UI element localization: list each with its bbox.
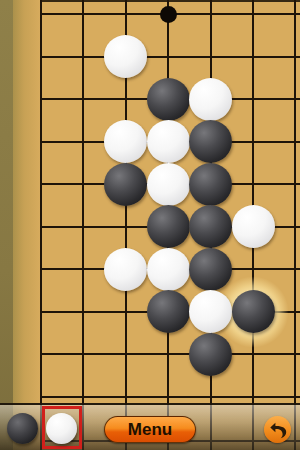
stone-black <box>189 333 232 376</box>
board-left-side <box>0 0 13 450</box>
toolbar: Menu <box>0 403 300 450</box>
stone-black <box>147 78 190 121</box>
stone-black <box>189 248 232 291</box>
stone-black <box>147 205 190 248</box>
stone-black <box>189 163 232 206</box>
stone-white <box>104 120 147 163</box>
grid-hline-9 <box>40 353 300 355</box>
white-stone-indicator[interactable] <box>46 413 77 444</box>
stone-black <box>232 290 275 333</box>
menu-button[interactable]: Menu <box>104 416 196 443</box>
hoshi-point <box>160 6 177 23</box>
undo-icon <box>268 420 288 440</box>
stone-white <box>104 35 147 78</box>
stone-white <box>189 78 232 121</box>
undo-button[interactable] <box>264 416 291 443</box>
stone-black <box>104 163 147 206</box>
stone-white <box>147 248 190 291</box>
stone-white <box>147 163 190 206</box>
black-stone-indicator[interactable] <box>7 413 38 444</box>
grid-hline-2 <box>40 56 300 58</box>
board-left-bevel <box>13 0 41 450</box>
app-screen: Menu <box>0 0 300 450</box>
stone-black <box>189 205 232 248</box>
stone-white <box>232 205 275 248</box>
stone-white <box>189 290 232 333</box>
stone-black <box>147 290 190 333</box>
grid-hline-10 <box>40 396 300 398</box>
stone-white <box>147 120 190 163</box>
board-top-edge-line <box>40 0 300 2</box>
stone-white <box>104 248 147 291</box>
stone-black <box>189 120 232 163</box>
